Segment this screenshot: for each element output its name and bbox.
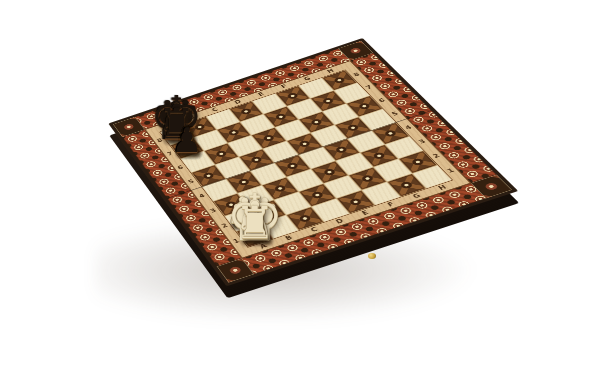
piece-black-pawn[interactable]: ♟ <box>172 123 203 157</box>
chess-photo-stage: AABBCCDDEEFFGGHH1122334455667788 ♜♞♝♛♚♝♞… <box>0 0 600 380</box>
piece-white-rook[interactable]: ♜ <box>235 201 275 246</box>
piece-layer: ♜♞♝♛♚♝♞♜♟♟♟♟♟♟♟♟♟♟♟♟♟♟♟♟♜♞♝♛♚♝♞♜ <box>0 0 600 380</box>
